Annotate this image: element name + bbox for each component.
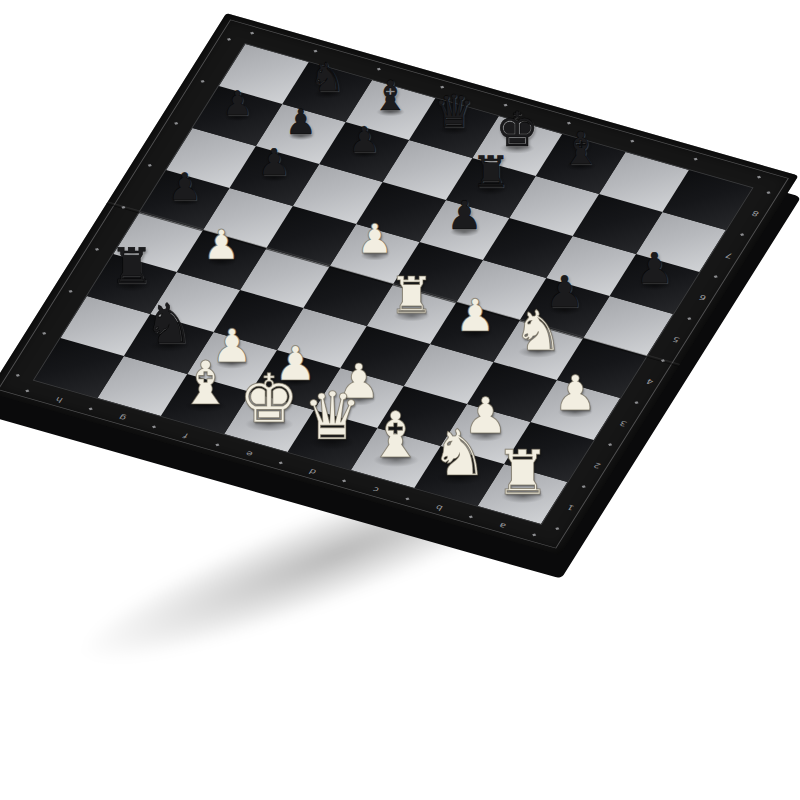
chess-set-photo: a1b2c3d4e5f6g7h8 ♞♝♟♛♟♚♟♝♟♜♟♟♟♟♟♜♟♜♟♞♞♟♟… — [0, 0, 800, 800]
